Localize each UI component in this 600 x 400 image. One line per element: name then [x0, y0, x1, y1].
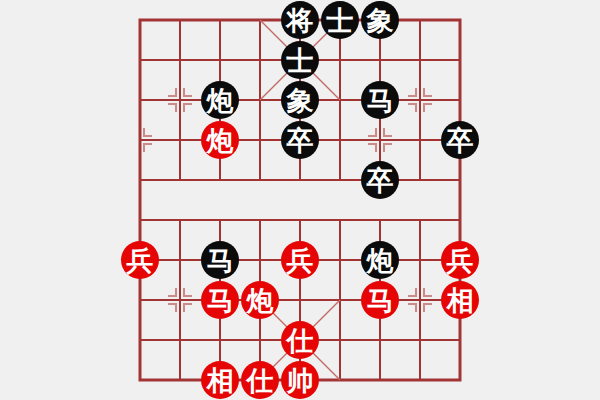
intersection-e2[interactable]	[280, 280, 320, 320]
intersection-h6[interactable]	[400, 120, 440, 160]
intersection-g8[interactable]	[360, 40, 400, 80]
intersection-g4[interactable]	[360, 200, 400, 240]
intersection-f4[interactable]	[320, 200, 360, 240]
intersection-a7[interactable]	[120, 80, 160, 120]
intersection-b7[interactable]	[160, 80, 200, 120]
intersection-i8[interactable]	[440, 40, 480, 80]
intersection-d6[interactable]	[240, 120, 280, 160]
piece-black-elephant[interactable]: 象	[281, 81, 319, 119]
piece-black-advisor[interactable]: 士	[321, 1, 359, 39]
intersection-f3[interactable]	[320, 240, 360, 280]
intersection-b1[interactable]	[160, 320, 200, 360]
piece-black-pawn[interactable]: 卒	[441, 121, 479, 159]
intersection-f5[interactable]	[320, 160, 360, 200]
intersection-c9[interactable]	[200, 0, 240, 40]
piece-red-pawn[interactable]: 兵	[441, 241, 479, 279]
intersection-d5[interactable]	[240, 160, 280, 200]
intersection-b3[interactable]	[160, 240, 200, 280]
intersection-b6[interactable]	[160, 120, 200, 160]
intersection-i9[interactable]	[440, 0, 480, 40]
intersection-a4[interactable]	[120, 200, 160, 240]
intersection-i0[interactable]	[440, 360, 480, 400]
intersection-c4[interactable]	[200, 200, 240, 240]
intersection-h0[interactable]	[400, 360, 440, 400]
intersection-h5[interactable]	[400, 160, 440, 200]
intersection-h7[interactable]	[400, 80, 440, 120]
intersection-d7[interactable]	[240, 80, 280, 120]
intersection-i4[interactable]	[440, 200, 480, 240]
piece-black-king[interactable]: 将	[281, 1, 319, 39]
piece-black-cannon[interactable]: 炮	[361, 241, 399, 279]
piece-red-horse[interactable]: 马	[201, 281, 239, 319]
intersection-d3[interactable]	[240, 240, 280, 280]
intersection-e5[interactable]	[280, 160, 320, 200]
intersection-a9[interactable]	[120, 0, 160, 40]
intersection-e4[interactable]	[280, 200, 320, 240]
intersection-f6[interactable]	[320, 120, 360, 160]
intersection-h2[interactable]	[400, 280, 440, 320]
intersection-h9[interactable]	[400, 0, 440, 40]
intersection-b4[interactable]	[160, 200, 200, 240]
intersection-b2[interactable]	[160, 280, 200, 320]
intersection-a6[interactable]	[120, 120, 160, 160]
intersection-a2[interactable]	[120, 280, 160, 320]
intersection-f2[interactable]	[320, 280, 360, 320]
intersection-g6[interactable]	[360, 120, 400, 160]
intersection-c8[interactable]	[200, 40, 240, 80]
piece-red-cannon[interactable]: 炮	[201, 121, 239, 159]
piece-black-horse[interactable]: 马	[361, 81, 399, 119]
intersection-f8[interactable]	[320, 40, 360, 80]
piece-red-elephant[interactable]: 相	[441, 281, 479, 319]
piece-red-king[interactable]: 帅	[281, 361, 319, 399]
intersection-b8[interactable]	[160, 40, 200, 80]
piece-red-horse[interactable]: 马	[361, 281, 399, 319]
intersection-a1[interactable]	[120, 320, 160, 360]
intersection-b5[interactable]	[160, 160, 200, 200]
xiangqi-board: 将士象士炮象马炮卒卒卒兵马兵炮兵马炮马相仕相仕帅	[0, 0, 600, 400]
piece-red-cannon[interactable]: 炮	[241, 281, 279, 319]
intersection-h3[interactable]	[400, 240, 440, 280]
piece-red-advisor[interactable]: 仕	[281, 321, 319, 359]
intersection-a8[interactable]	[120, 40, 160, 80]
piece-black-pawn[interactable]: 卒	[281, 121, 319, 159]
intersection-f1[interactable]	[320, 320, 360, 360]
intersection-d8[interactable]	[240, 40, 280, 80]
intersection-d9[interactable]	[240, 0, 280, 40]
intersection-f7[interactable]	[320, 80, 360, 120]
intersection-c5[interactable]	[200, 160, 240, 200]
piece-red-advisor[interactable]: 仕	[241, 361, 279, 399]
piece-red-elephant[interactable]: 相	[201, 361, 239, 399]
intersection-b9[interactable]	[160, 0, 200, 40]
intersection-h8[interactable]	[400, 40, 440, 80]
intersection-g0[interactable]	[360, 360, 400, 400]
intersection-h1[interactable]	[400, 320, 440, 360]
piece-red-pawn[interactable]: 兵	[281, 241, 319, 279]
piece-black-cannon[interactable]: 炮	[201, 81, 239, 119]
piece-black-pawn[interactable]: 卒	[361, 161, 399, 199]
intersection-i1[interactable]	[440, 320, 480, 360]
intersection-a0[interactable]	[120, 360, 160, 400]
intersection-h4[interactable]	[400, 200, 440, 240]
piece-black-horse[interactable]: 马	[201, 241, 239, 279]
intersection-i5[interactable]	[440, 160, 480, 200]
intersection-d4[interactable]	[240, 200, 280, 240]
intersection-c1[interactable]	[200, 320, 240, 360]
piece-black-advisor[interactable]: 士	[281, 41, 319, 79]
piece-black-elephant[interactable]: 象	[361, 1, 399, 39]
intersection-g1[interactable]	[360, 320, 400, 360]
intersection-i7[interactable]	[440, 80, 480, 120]
intersection-d1[interactable]	[240, 320, 280, 360]
piece-red-pawn[interactable]: 兵	[121, 241, 159, 279]
intersection-b0[interactable]	[160, 360, 200, 400]
intersection-f0[interactable]	[320, 360, 360, 400]
piece-grid: 将士象士炮象马炮卒卒卒兵马兵炮兵马炮马相仕相仕帅	[120, 0, 480, 400]
intersection-a5[interactable]	[120, 160, 160, 200]
